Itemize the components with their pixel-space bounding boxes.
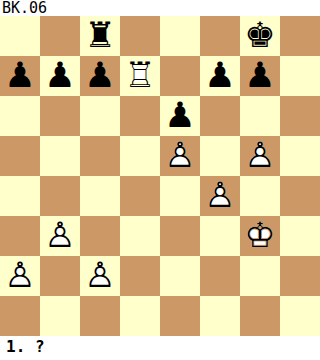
piece-glyph: ♟ xyxy=(200,56,240,96)
black-king[interactable]: ♚ xyxy=(240,16,280,56)
square-e3[interactable] xyxy=(160,216,200,256)
white-pawn[interactable]: ♟♙ xyxy=(0,256,40,296)
square-g6[interactable] xyxy=(240,96,280,136)
square-h2[interactable] xyxy=(280,256,320,296)
square-e4[interactable] xyxy=(160,176,200,216)
square-g5[interactable]: ♟♙ xyxy=(240,136,280,176)
square-d4[interactable] xyxy=(120,176,160,216)
piece-glyph: ♟ xyxy=(160,96,200,136)
piece-outline: ♙ xyxy=(200,176,240,216)
square-e6[interactable]: ♟ xyxy=(160,96,200,136)
square-g4[interactable] xyxy=(240,176,280,216)
white-rook[interactable]: ♜♖ xyxy=(120,56,160,96)
square-h6[interactable] xyxy=(280,96,320,136)
piece-outline: ♙ xyxy=(80,256,120,296)
piece-glyph: ♟ xyxy=(40,56,80,96)
piece-outline: ♙ xyxy=(0,256,40,296)
square-a8[interactable] xyxy=(0,16,40,56)
square-f7[interactable]: ♟ xyxy=(200,56,240,96)
square-f3[interactable] xyxy=(200,216,240,256)
square-c1[interactable] xyxy=(80,296,120,336)
square-f4[interactable]: ♟♙ xyxy=(200,176,240,216)
square-a3[interactable] xyxy=(0,216,40,256)
black-pawn[interactable]: ♟ xyxy=(160,96,200,136)
square-b7[interactable]: ♟ xyxy=(40,56,80,96)
piece-glyph: ♟ xyxy=(80,56,120,96)
white-pawn[interactable]: ♟♙ xyxy=(200,176,240,216)
square-d5[interactable] xyxy=(120,136,160,176)
piece-glyph: ♚ xyxy=(240,16,280,56)
square-d1[interactable] xyxy=(120,296,160,336)
square-g2[interactable] xyxy=(240,256,280,296)
square-a6[interactable] xyxy=(0,96,40,136)
square-g8[interactable]: ♚ xyxy=(240,16,280,56)
square-a1[interactable] xyxy=(0,296,40,336)
square-a7[interactable]: ♟ xyxy=(0,56,40,96)
square-b5[interactable] xyxy=(40,136,80,176)
square-a5[interactable] xyxy=(0,136,40,176)
square-f2[interactable] xyxy=(200,256,240,296)
piece-glyph: ♜ xyxy=(80,16,120,56)
black-pawn[interactable]: ♟ xyxy=(200,56,240,96)
black-pawn[interactable]: ♟ xyxy=(80,56,120,96)
white-pawn[interactable]: ♟♙ xyxy=(240,136,280,176)
square-h8[interactable] xyxy=(280,16,320,56)
piece-outline: ♙ xyxy=(160,136,200,176)
square-h1[interactable] xyxy=(280,296,320,336)
square-c5[interactable] xyxy=(80,136,120,176)
square-c8[interactable]: ♜ xyxy=(80,16,120,56)
square-g7[interactable]: ♟ xyxy=(240,56,280,96)
square-d2[interactable] xyxy=(120,256,160,296)
square-g3[interactable]: ♚♔ xyxy=(240,216,280,256)
black-pawn[interactable]: ♟ xyxy=(240,56,280,96)
square-g1[interactable] xyxy=(240,296,280,336)
square-e7[interactable] xyxy=(160,56,200,96)
square-c4[interactable] xyxy=(80,176,120,216)
black-pawn[interactable]: ♟ xyxy=(40,56,80,96)
square-d8[interactable] xyxy=(120,16,160,56)
white-pawn[interactable]: ♟♙ xyxy=(160,136,200,176)
square-f5[interactable] xyxy=(200,136,240,176)
piece-outline: ♖ xyxy=(120,56,160,96)
square-b6[interactable] xyxy=(40,96,80,136)
square-c2[interactable]: ♟♙ xyxy=(80,256,120,296)
piece-outline: ♙ xyxy=(40,216,80,256)
square-e2[interactable] xyxy=(160,256,200,296)
square-h5[interactable] xyxy=(280,136,320,176)
square-e8[interactable] xyxy=(160,16,200,56)
square-b3[interactable]: ♟♙ xyxy=(40,216,80,256)
piece-glyph: ♟ xyxy=(0,56,40,96)
white-pawn[interactable]: ♟♙ xyxy=(80,256,120,296)
square-h3[interactable] xyxy=(280,216,320,256)
square-c6[interactable] xyxy=(80,96,120,136)
piece-outline: ♙ xyxy=(240,136,280,176)
square-d3[interactable] xyxy=(120,216,160,256)
square-e5[interactable]: ♟♙ xyxy=(160,136,200,176)
diagram-title: BK.06 xyxy=(0,0,320,16)
square-d7[interactable]: ♜♖ xyxy=(120,56,160,96)
square-b4[interactable] xyxy=(40,176,80,216)
square-d6[interactable] xyxy=(120,96,160,136)
square-a4[interactable] xyxy=(0,176,40,216)
square-c3[interactable] xyxy=(80,216,120,256)
square-b1[interactable] xyxy=(40,296,80,336)
square-b8[interactable] xyxy=(40,16,80,56)
white-pawn[interactable]: ♟♙ xyxy=(40,216,80,256)
square-e1[interactable] xyxy=(160,296,200,336)
square-a2[interactable]: ♟♙ xyxy=(0,256,40,296)
square-c7[interactable]: ♟ xyxy=(80,56,120,96)
square-h4[interactable] xyxy=(280,176,320,216)
square-f1[interactable] xyxy=(200,296,240,336)
square-f8[interactable] xyxy=(200,16,240,56)
chess-puzzle-viewer: BK.06 ♜♚♟♟♟♜♖♟♟♟♟♙♟♙♟♙♟♙♚♔♟♙♟♙ 1. ? xyxy=(0,0,320,360)
chess-board: ♜♚♟♟♟♜♖♟♟♟♟♙♟♙♟♙♟♙♚♔♟♙♟♙ xyxy=(0,16,320,336)
square-b2[interactable] xyxy=(40,256,80,296)
square-h7[interactable] xyxy=(280,56,320,96)
black-rook[interactable]: ♜ xyxy=(80,16,120,56)
white-king[interactable]: ♚♔ xyxy=(240,216,280,256)
move-prompt: 1. ? xyxy=(0,336,320,360)
square-f6[interactable] xyxy=(200,96,240,136)
black-pawn[interactable]: ♟ xyxy=(0,56,40,96)
piece-outline: ♔ xyxy=(240,216,280,256)
piece-glyph: ♟ xyxy=(240,56,280,96)
